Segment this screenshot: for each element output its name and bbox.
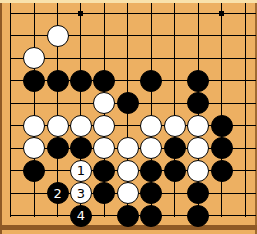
board-frame-left [0,0,2,234]
stone-black [187,205,209,227]
stone-black [70,137,92,159]
stone-white-move-1: 1 [70,160,92,182]
stone-black [93,182,115,204]
star-point [219,11,224,16]
stone-white [117,137,139,159]
stone-white [93,115,115,137]
stone-white [23,47,45,69]
stone-black [117,92,139,114]
stone-black [140,160,162,182]
stone-black [70,70,92,92]
stone-black [117,205,139,227]
stone-white [23,137,45,159]
stone-white [93,92,115,114]
stone-white [23,115,45,137]
stone-white [93,137,115,159]
stone-black [211,160,233,182]
stone-black [187,92,209,114]
stone-black [187,70,209,92]
stone-black [164,137,186,159]
stone-white [140,115,162,137]
stone-white [70,115,92,137]
stone-black [23,70,45,92]
stone-white [47,115,69,137]
stone-black [140,182,162,204]
stone-black-move-4: 4 [70,205,92,227]
stone-black [23,160,45,182]
stone-black [93,160,115,182]
stone-black [140,70,162,92]
stone-black [187,182,209,204]
stone-black [211,115,233,137]
stone-black [47,70,69,92]
board-frame-top [0,0,257,3]
stone-white [164,115,186,137]
stone-black [140,205,162,227]
stone-white [187,137,209,159]
stone-white [117,160,139,182]
stone-white [117,182,139,204]
go-board: 1234 [0,0,257,234]
stone-white-move-3: 3 [70,182,92,204]
star-point [78,11,83,16]
stone-black-move-2: 2 [47,182,69,204]
stone-white [47,25,69,47]
stone-black [47,137,69,159]
stone-black [93,70,115,92]
stone-black [164,160,186,182]
stone-white [187,115,209,137]
stone-white [187,160,209,182]
grid-line-h [10,58,256,59]
stone-black [211,137,233,159]
stone-white [140,137,162,159]
